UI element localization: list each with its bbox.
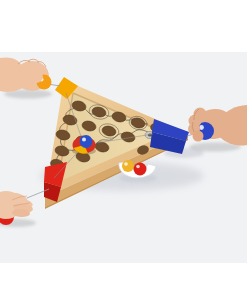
tray-ball-yellow-highlight bbox=[124, 162, 128, 166]
photo-scene bbox=[0, 0, 247, 296]
tray-ball-red bbox=[134, 163, 147, 176]
finger bbox=[193, 131, 204, 142]
tray-ball-red-highlight bbox=[136, 165, 140, 169]
product-photo bbox=[0, 0, 247, 296]
thumb bbox=[29, 71, 43, 83]
carrier-marble-blue bbox=[80, 135, 93, 148]
player-hand-right bbox=[188, 105, 247, 152]
tray-ball-yellow bbox=[122, 160, 134, 172]
player-hand-top-left bbox=[0, 57, 52, 98]
marble-highlight bbox=[82, 138, 86, 142]
